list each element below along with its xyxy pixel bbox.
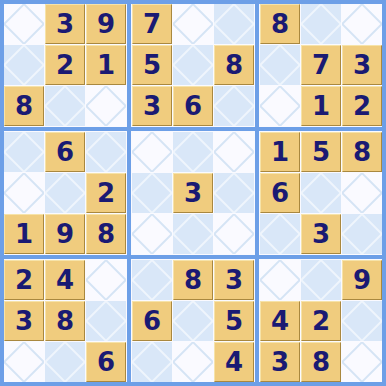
cell-r8c1-given: 3 <box>4 301 44 341</box>
cell-r7c7-empty[interactable] <box>260 260 300 300</box>
cell-r3c4-given: 3 <box>132 86 172 126</box>
cell-r1c5-empty[interactable] <box>173 4 213 44</box>
cell-r8c4-given: 6 <box>132 301 172 341</box>
cell-r6c6-empty[interactable] <box>214 214 254 254</box>
cell-r8c7-given: 4 <box>260 301 300 341</box>
cell-r9c5-empty[interactable] <box>173 342 213 382</box>
cell-r8c9-empty[interactable] <box>342 301 382 341</box>
cell-r8c3-empty[interactable] <box>86 301 126 341</box>
cell-r9c8-given: 8 <box>301 342 341 382</box>
cell-r7c1-given: 2 <box>4 260 44 300</box>
cell-r1c3-given: 9 <box>86 4 126 44</box>
cell-r4c5-empty[interactable] <box>173 132 213 172</box>
cell-r6c3-given: 8 <box>86 214 126 254</box>
cell-r2c4-given: 5 <box>132 45 172 85</box>
cell-r6c7-empty[interactable] <box>260 214 300 254</box>
cell-r6c2-given: 9 <box>45 214 85 254</box>
cell-r5c6-empty[interactable] <box>214 173 254 213</box>
cell-r2c9-given: 3 <box>342 45 382 85</box>
box-separator-vertical <box>127 4 131 382</box>
cell-r2c1-empty[interactable] <box>4 45 44 85</box>
cell-r9c6-given: 4 <box>214 342 254 382</box>
cell-r3c5-given: 6 <box>173 86 213 126</box>
cell-r6c9-empty[interactable] <box>342 214 382 254</box>
cell-r4c9-given: 8 <box>342 132 382 172</box>
sudoku-frame: 3978215873836126158236198324839386542643… <box>0 0 386 386</box>
cell-r9c9-empty[interactable] <box>342 342 382 382</box>
cell-r6c4-empty[interactable] <box>132 214 172 254</box>
sudoku-board: 3978215873836126158236198324839386542643… <box>4 4 382 382</box>
cell-r1c1-empty[interactable] <box>4 4 44 44</box>
cell-r1c8-empty[interactable] <box>301 4 341 44</box>
cell-r5c1-empty[interactable] <box>4 173 44 213</box>
cell-r4c3-empty[interactable] <box>86 132 126 172</box>
cell-r7c3-empty[interactable] <box>86 260 126 300</box>
cell-r1c7-given: 8 <box>260 4 300 44</box>
box-separator-horizontal <box>4 255 382 259</box>
cell-r7c8-empty[interactable] <box>301 260 341 300</box>
cell-r2c6-given: 8 <box>214 45 254 85</box>
cell-r5c7-given: 6 <box>260 173 300 213</box>
cell-r7c5-given: 8 <box>173 260 213 300</box>
cell-r8c8-given: 2 <box>301 301 341 341</box>
cell-r9c4-empty[interactable] <box>132 342 172 382</box>
cell-r4c8-given: 5 <box>301 132 341 172</box>
cell-r7c2-given: 4 <box>45 260 85 300</box>
cell-r5c4-empty[interactable] <box>132 173 172 213</box>
cell-r3c6-empty[interactable] <box>214 86 254 126</box>
cell-r1c4-given: 7 <box>132 4 172 44</box>
cell-r7c9-given: 9 <box>342 260 382 300</box>
cell-r3c9-given: 2 <box>342 86 382 126</box>
cell-r9c2-empty[interactable] <box>45 342 85 382</box>
cell-r1c9-empty[interactable] <box>342 4 382 44</box>
cell-r5c2-empty[interactable] <box>45 173 85 213</box>
cell-r3c2-empty[interactable] <box>45 86 85 126</box>
cell-r2c7-empty[interactable] <box>260 45 300 85</box>
cell-r6c1-given: 1 <box>4 214 44 254</box>
cell-r4c6-empty[interactable] <box>214 132 254 172</box>
cell-r1c6-empty[interactable] <box>214 4 254 44</box>
cell-r3c7-empty[interactable] <box>260 86 300 126</box>
cell-r4c1-empty[interactable] <box>4 132 44 172</box>
cell-r7c4-empty[interactable] <box>132 260 172 300</box>
cell-r5c9-empty[interactable] <box>342 173 382 213</box>
cell-r9c7-given: 3 <box>260 342 300 382</box>
box-separator-horizontal <box>4 127 382 131</box>
cell-r8c5-empty[interactable] <box>173 301 213 341</box>
cell-r4c2-given: 6 <box>45 132 85 172</box>
cell-r8c6-given: 5 <box>214 301 254 341</box>
cell-r4c4-empty[interactable] <box>132 132 172 172</box>
cell-r6c5-empty[interactable] <box>173 214 213 254</box>
cell-r9c1-empty[interactable] <box>4 342 44 382</box>
cell-r3c8-given: 1 <box>301 86 341 126</box>
cell-r5c8-empty[interactable] <box>301 173 341 213</box>
cell-r2c3-given: 1 <box>86 45 126 85</box>
cell-r5c3-given: 2 <box>86 173 126 213</box>
cell-r3c3-empty[interactable] <box>86 86 126 126</box>
cell-r3c1-given: 8 <box>4 86 44 126</box>
cell-r2c2-given: 2 <box>45 45 85 85</box>
box-separator-vertical <box>255 4 259 382</box>
cell-r4c7-given: 1 <box>260 132 300 172</box>
cell-r9c3-given: 6 <box>86 342 126 382</box>
cell-r5c5-given: 3 <box>173 173 213 213</box>
cell-r2c5-empty[interactable] <box>173 45 213 85</box>
cell-r8c2-given: 8 <box>45 301 85 341</box>
cell-r6c8-given: 3 <box>301 214 341 254</box>
cell-r7c6-given: 3 <box>214 260 254 300</box>
cell-r1c2-given: 3 <box>45 4 85 44</box>
cell-r2c8-given: 7 <box>301 45 341 85</box>
